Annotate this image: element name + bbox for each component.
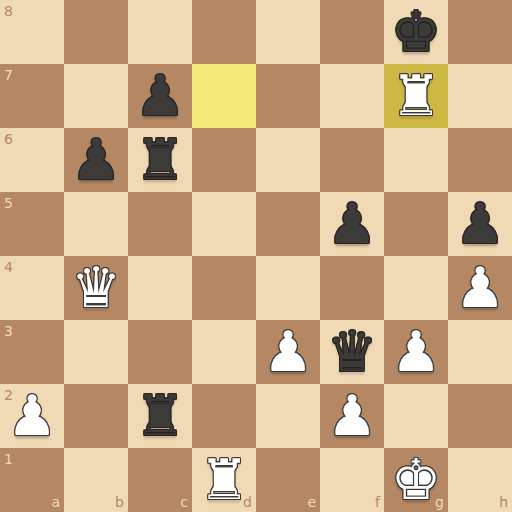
square-g8[interactable]: ♚ xyxy=(384,0,448,64)
piece-white-rook-g7[interactable]: ♜ xyxy=(384,64,448,128)
square-c6[interactable]: ♜ xyxy=(128,128,192,192)
piece-black-rook-c2[interactable]: ♜ xyxy=(128,384,192,448)
square-h6[interactable] xyxy=(448,128,512,192)
square-h1[interactable]: h xyxy=(448,448,512,512)
file-label-c: c xyxy=(180,495,188,509)
rank-label-3: 3 xyxy=(4,324,13,338)
square-d7-lastmove-highlight[interactable] xyxy=(192,64,256,128)
square-a6[interactable]: 6 xyxy=(0,128,64,192)
square-d6[interactable] xyxy=(192,128,256,192)
square-d3[interactable] xyxy=(192,320,256,384)
square-a1[interactable]: 1a xyxy=(0,448,64,512)
piece-black-rook-c6[interactable]: ♜ xyxy=(128,128,192,192)
square-b2[interactable] xyxy=(64,384,128,448)
piece-white-rook-d1[interactable]: ♜ xyxy=(192,448,256,512)
square-a3[interactable]: 3 xyxy=(0,320,64,384)
piece-black-king-g8[interactable]: ♚ xyxy=(384,0,448,64)
piece-white-pawn-a2[interactable]: ♟ xyxy=(0,384,64,448)
chess-board: 8♚7♟♜6♟♜5♟♟4♛♟3♟♛♟2♟♜♟1abcd♜efg♚h xyxy=(0,0,512,512)
square-g5[interactable] xyxy=(384,192,448,256)
piece-white-queen-b4[interactable]: ♛ xyxy=(64,256,128,320)
piece-white-pawn-g3[interactable]: ♟ xyxy=(384,320,448,384)
square-f7[interactable] xyxy=(320,64,384,128)
square-g6[interactable] xyxy=(384,128,448,192)
rank-label-1: 1 xyxy=(4,452,13,466)
square-d8[interactable] xyxy=(192,0,256,64)
square-h2[interactable] xyxy=(448,384,512,448)
piece-white-pawn-f2[interactable]: ♟ xyxy=(320,384,384,448)
square-f6[interactable] xyxy=(320,128,384,192)
square-f5[interactable]: ♟ xyxy=(320,192,384,256)
square-a4[interactable]: 4 xyxy=(0,256,64,320)
piece-white-king-g1[interactable]: ♚ xyxy=(384,448,448,512)
square-g1[interactable]: g♚ xyxy=(384,448,448,512)
piece-black-pawn-c7[interactable]: ♟ xyxy=(128,64,192,128)
square-b3[interactable] xyxy=(64,320,128,384)
square-e6[interactable] xyxy=(256,128,320,192)
file-label-h: h xyxy=(499,495,508,509)
square-f8[interactable] xyxy=(320,0,384,64)
square-h8[interactable] xyxy=(448,0,512,64)
square-e5[interactable] xyxy=(256,192,320,256)
square-d1[interactable]: d♜ xyxy=(192,448,256,512)
square-c2[interactable]: ♜ xyxy=(128,384,192,448)
square-e7[interactable] xyxy=(256,64,320,128)
square-b5[interactable] xyxy=(64,192,128,256)
square-b7[interactable] xyxy=(64,64,128,128)
piece-white-pawn-e3[interactable]: ♟ xyxy=(256,320,320,384)
square-b1[interactable]: b xyxy=(64,448,128,512)
square-h4[interactable]: ♟ xyxy=(448,256,512,320)
piece-black-pawn-h5[interactable]: ♟ xyxy=(448,192,512,256)
square-h5[interactable]: ♟ xyxy=(448,192,512,256)
square-e3[interactable]: ♟ xyxy=(256,320,320,384)
rank-label-6: 6 xyxy=(4,132,13,146)
square-c1[interactable]: c xyxy=(128,448,192,512)
square-b8[interactable] xyxy=(64,0,128,64)
square-d4[interactable] xyxy=(192,256,256,320)
square-d2[interactable] xyxy=(192,384,256,448)
file-label-a: a xyxy=(51,495,60,509)
square-c3[interactable] xyxy=(128,320,192,384)
square-c5[interactable] xyxy=(128,192,192,256)
square-e8[interactable] xyxy=(256,0,320,64)
rank-label-7: 7 xyxy=(4,68,13,82)
square-a5[interactable]: 5 xyxy=(0,192,64,256)
square-g3[interactable]: ♟ xyxy=(384,320,448,384)
square-g7-lastmove-highlight[interactable]: ♜ xyxy=(384,64,448,128)
square-c7[interactable]: ♟ xyxy=(128,64,192,128)
square-c8[interactable] xyxy=(128,0,192,64)
square-h3[interactable] xyxy=(448,320,512,384)
square-e2[interactable] xyxy=(256,384,320,448)
piece-black-pawn-f5[interactable]: ♟ xyxy=(320,192,384,256)
square-d5[interactable] xyxy=(192,192,256,256)
square-c4[interactable] xyxy=(128,256,192,320)
file-label-b: b xyxy=(115,495,124,509)
piece-white-pawn-h4[interactable]: ♟ xyxy=(448,256,512,320)
square-f3[interactable]: ♛ xyxy=(320,320,384,384)
square-b6[interactable]: ♟ xyxy=(64,128,128,192)
piece-black-queen-f3[interactable]: ♛ xyxy=(320,320,384,384)
square-g4[interactable] xyxy=(384,256,448,320)
rank-label-8: 8 xyxy=(4,4,13,18)
rank-label-4: 4 xyxy=(4,260,13,274)
square-h7[interactable] xyxy=(448,64,512,128)
piece-black-pawn-b6[interactable]: ♟ xyxy=(64,128,128,192)
square-e4[interactable] xyxy=(256,256,320,320)
square-g2[interactable] xyxy=(384,384,448,448)
square-e1[interactable]: e xyxy=(256,448,320,512)
square-b4[interactable]: ♛ xyxy=(64,256,128,320)
square-a7[interactable]: 7 xyxy=(0,64,64,128)
square-a2[interactable]: 2♟ xyxy=(0,384,64,448)
square-a8[interactable]: 8 xyxy=(0,0,64,64)
square-f4[interactable] xyxy=(320,256,384,320)
rank-label-5: 5 xyxy=(4,196,13,210)
file-label-f: f xyxy=(375,495,380,509)
square-f1[interactable]: f xyxy=(320,448,384,512)
file-label-e: e xyxy=(307,495,316,509)
square-f2[interactable]: ♟ xyxy=(320,384,384,448)
